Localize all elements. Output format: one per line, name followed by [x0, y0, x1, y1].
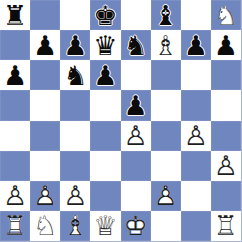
square-d1[interactable]: ♛♕ [90, 211, 120, 241]
square-a1[interactable]: ♜♖ [0, 211, 30, 241]
piece-black-pawn: ♟ [60, 30, 90, 60]
square-c7[interactable]: ♟ [60, 30, 90, 60]
square-f1[interactable] [151, 211, 181, 241]
square-a2[interactable]: ♟♙ [0, 181, 30, 211]
piece-white-queen: ♛♕ [90, 211, 120, 241]
square-e1[interactable]: ♚♔ [121, 211, 151, 241]
piece-black-pawn: ♟ [121, 90, 151, 120]
piece-black-rook: ♜ [0, 0, 30, 30]
square-c4[interactable] [60, 121, 90, 151]
square-g6[interactable] [181, 60, 211, 90]
square-d2[interactable] [90, 181, 120, 211]
square-g3[interactable] [181, 151, 211, 181]
square-f4[interactable] [151, 121, 181, 151]
square-b2[interactable]: ♟♙ [30, 181, 60, 211]
piece-white-pawn: ♟♙ [211, 151, 241, 181]
piece-white-pawn: ♟♙ [181, 121, 211, 151]
square-b8[interactable] [30, 0, 60, 30]
square-e7[interactable]: ♞ [121, 30, 151, 60]
piece-black-pawn: ♟ [0, 60, 30, 90]
square-g8[interactable] [181, 0, 211, 30]
piece-white-pawn: ♟♙ [121, 121, 151, 151]
square-b7[interactable]: ♟ [30, 30, 60, 60]
piece-white-pawn: ♟♙ [30, 181, 60, 211]
square-g2[interactable] [181, 181, 211, 211]
piece-black-pawn: ♟ [90, 60, 120, 90]
square-b1[interactable]: ♞♘ [30, 211, 60, 241]
piece-white-pawn: ♟♙ [60, 181, 90, 211]
square-f7[interactable]: ♝♗ [151, 30, 181, 60]
square-g4[interactable]: ♟♙ [181, 121, 211, 151]
square-d3[interactable] [90, 151, 120, 181]
square-g7[interactable]: ♟ [181, 30, 211, 60]
square-a8[interactable]: ♜ [0, 0, 30, 30]
square-h8[interactable]: ♞♘ [211, 0, 241, 30]
piece-white-pawn: ♟♙ [151, 181, 181, 211]
square-h2[interactable] [211, 181, 241, 211]
square-c3[interactable] [60, 151, 90, 181]
square-h4[interactable] [211, 121, 241, 151]
square-c1[interactable]: ♝♗ [60, 211, 90, 241]
square-e3[interactable] [121, 151, 151, 181]
square-g1[interactable] [181, 211, 211, 241]
piece-white-king: ♚♔ [121, 211, 151, 241]
square-e5[interactable]: ♟ [121, 90, 151, 120]
piece-white-bishop: ♝♗ [60, 211, 90, 241]
piece-white-rook: ♜♖ [0, 211, 30, 241]
square-c5[interactable] [60, 90, 90, 120]
square-h6[interactable] [211, 60, 241, 90]
piece-black-knight: ♞ [60, 60, 90, 90]
piece-black-pawn: ♟ [30, 30, 60, 60]
square-c2[interactable]: ♟♙ [60, 181, 90, 211]
piece-black-pawn: ♟ [181, 30, 211, 60]
square-d6[interactable]: ♟ [90, 60, 120, 90]
square-d7[interactable]: ♛ [90, 30, 120, 60]
square-e4[interactable]: ♟♙ [121, 121, 151, 151]
square-e8[interactable] [121, 0, 151, 30]
square-f3[interactable] [151, 151, 181, 181]
square-f2[interactable]: ♟♙ [151, 181, 181, 211]
square-a4[interactable] [0, 121, 30, 151]
square-d8[interactable]: ♚ [90, 0, 120, 30]
square-e2[interactable] [121, 181, 151, 211]
piece-white-bishop: ♝♗ [151, 30, 181, 60]
square-b6[interactable] [30, 60, 60, 90]
square-b5[interactable] [30, 90, 60, 120]
square-g5[interactable] [181, 90, 211, 120]
square-a6[interactable]: ♟ [0, 60, 30, 90]
square-c6[interactable]: ♞ [60, 60, 90, 90]
square-h1[interactable]: ♜♖ [211, 211, 241, 241]
square-f6[interactable] [151, 60, 181, 90]
piece-white-knight: ♞♘ [30, 211, 60, 241]
piece-black-queen: ♛ [90, 30, 120, 60]
square-f5[interactable] [151, 90, 181, 120]
piece-white-rook: ♜♖ [211, 211, 241, 241]
square-h3[interactable]: ♟♙ [211, 151, 241, 181]
piece-black-pawn: ♟ [211, 30, 241, 60]
square-d4[interactable] [90, 121, 120, 151]
square-d5[interactable] [90, 90, 120, 120]
square-h7[interactable]: ♟ [211, 30, 241, 60]
square-a5[interactable] [0, 90, 30, 120]
piece-black-knight: ♞ [121, 30, 151, 60]
square-a7[interactable] [0, 30, 30, 60]
piece-black-king: ♚ [90, 0, 120, 30]
square-f8[interactable]: ♝ [151, 0, 181, 30]
piece-white-knight: ♞♘ [211, 0, 241, 30]
piece-black-bishop: ♝ [151, 0, 181, 30]
square-b4[interactable] [30, 121, 60, 151]
chess-board: ♜♚♝♞♘♟♟♛♞♝♗♟♟♟♞♟♟♟♙♟♙♟♙♟♙♟♙♟♙♟♙♜♖♞♘♝♗♛♕♚… [0, 0, 242, 242]
piece-white-pawn: ♟♙ [0, 181, 30, 211]
square-e6[interactable] [121, 60, 151, 90]
square-b3[interactable] [30, 151, 60, 181]
square-h5[interactable] [211, 90, 241, 120]
square-c8[interactable] [60, 0, 90, 30]
square-a3[interactable] [0, 151, 30, 181]
